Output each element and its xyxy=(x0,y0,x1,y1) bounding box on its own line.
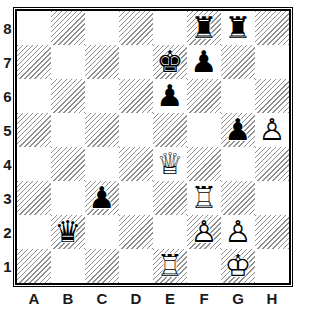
black-king-e7: ♚♚ xyxy=(153,45,187,79)
square-a8 xyxy=(17,11,51,45)
white-king-g1: ♚♔ xyxy=(221,249,255,283)
white-rook-f3: ♜♖ xyxy=(187,181,221,215)
square-e1: ♜♖ xyxy=(153,249,187,283)
file-label-g: G xyxy=(221,289,255,307)
square-b1 xyxy=(51,249,85,283)
square-g5: ♟♟ xyxy=(221,113,255,147)
square-c7 xyxy=(85,45,119,79)
board: ♜♜♜♜♚♚♟♟♟♟♟♟♟♙♛♕♟♟♜♖♛♛♟♙♟♙♜♖♚♔ xyxy=(17,11,289,283)
square-g2: ♟♙ xyxy=(221,215,255,249)
square-a1 xyxy=(17,249,51,283)
file-labels: ABCDEFGH xyxy=(17,289,289,307)
square-f2: ♟♙ xyxy=(187,215,221,249)
square-f6 xyxy=(187,79,221,113)
square-g8: ♜♜ xyxy=(221,11,255,45)
square-a3 xyxy=(17,181,51,215)
square-c4 xyxy=(85,147,119,181)
white-pawn-g2: ♟♙ xyxy=(221,215,255,249)
file-label-h: H xyxy=(255,289,289,307)
chess-diagram: 87654321 ♜♜♜♜♚♚♟♟♟♟♟♟♟♙♛♕♟♟♜♖♛♛♟♙♟♙♜♖♚♔ … xyxy=(0,0,314,320)
rank-label-7: 7 xyxy=(0,45,15,79)
square-e5 xyxy=(153,113,187,147)
square-g6 xyxy=(221,79,255,113)
white-rook-e1: ♜♖ xyxy=(153,249,187,283)
square-b8 xyxy=(51,11,85,45)
square-f3: ♜♖ xyxy=(187,181,221,215)
square-d7 xyxy=(119,45,153,79)
square-e8 xyxy=(153,11,187,45)
square-g1: ♚♔ xyxy=(221,249,255,283)
file-label-a: A xyxy=(17,289,51,307)
square-d8 xyxy=(119,11,153,45)
square-g4 xyxy=(221,147,255,181)
square-g7 xyxy=(221,45,255,79)
square-e6: ♟♟ xyxy=(153,79,187,113)
file-label-f: F xyxy=(187,289,221,307)
square-f7: ♟♟ xyxy=(187,45,221,79)
square-c3: ♟♟ xyxy=(85,181,119,215)
black-pawn-g5: ♟♟ xyxy=(221,113,255,147)
square-d6 xyxy=(119,79,153,113)
square-f8: ♜♜ xyxy=(187,11,221,45)
square-a6 xyxy=(17,79,51,113)
rank-labels: 87654321 xyxy=(0,11,15,283)
square-a4 xyxy=(17,147,51,181)
rank-label-4: 4 xyxy=(0,147,15,181)
square-c8 xyxy=(85,11,119,45)
square-h6 xyxy=(255,79,289,113)
rank-label-8: 8 xyxy=(0,11,15,45)
square-e4: ♛♕ xyxy=(153,147,187,181)
file-label-e: E xyxy=(153,289,187,307)
black-pawn-c3: ♟♟ xyxy=(85,181,119,215)
white-pawn-f2: ♟♙ xyxy=(187,215,221,249)
black-rook-f8: ♜♜ xyxy=(187,11,221,45)
square-c1 xyxy=(85,249,119,283)
square-d1 xyxy=(119,249,153,283)
square-a5 xyxy=(17,113,51,147)
board-frame: ♜♜♜♜♚♚♟♟♟♟♟♟♟♙♛♕♟♟♜♖♛♛♟♙♟♙♜♖♚♔ xyxy=(15,9,291,285)
square-g3 xyxy=(221,181,255,215)
square-c5 xyxy=(85,113,119,147)
rank-label-2: 2 xyxy=(0,215,15,249)
square-d2 xyxy=(119,215,153,249)
square-h8 xyxy=(255,11,289,45)
square-f5 xyxy=(187,113,221,147)
square-f1 xyxy=(187,249,221,283)
square-h1 xyxy=(255,249,289,283)
square-h3 xyxy=(255,181,289,215)
white-queen-e4: ♛♕ xyxy=(153,147,187,181)
white-pawn-h5: ♟♙ xyxy=(255,113,289,147)
square-b3 xyxy=(51,181,85,215)
square-f4 xyxy=(187,147,221,181)
square-b4 xyxy=(51,147,85,181)
square-d3 xyxy=(119,181,153,215)
black-queen-b2: ♛♛ xyxy=(51,215,85,249)
square-e7: ♚♚ xyxy=(153,45,187,79)
rank-label-3: 3 xyxy=(0,181,15,215)
file-labels-spacer xyxy=(0,289,17,307)
black-rook-g8: ♜♜ xyxy=(221,11,255,45)
file-label-c: C xyxy=(85,289,119,307)
square-d5 xyxy=(119,113,153,147)
square-d4 xyxy=(119,147,153,181)
rank-label-6: 6 xyxy=(0,79,15,113)
rank-label-1: 1 xyxy=(0,249,15,283)
file-label-d: D xyxy=(119,289,153,307)
square-b6 xyxy=(51,79,85,113)
square-b5 xyxy=(51,113,85,147)
square-e3 xyxy=(153,181,187,215)
square-h4 xyxy=(255,147,289,181)
square-e2 xyxy=(153,215,187,249)
square-c2 xyxy=(85,215,119,249)
square-b7 xyxy=(51,45,85,79)
rank-label-5: 5 xyxy=(0,113,15,147)
square-a7 xyxy=(17,45,51,79)
square-c6 xyxy=(85,79,119,113)
black-pawn-e6: ♟♟ xyxy=(153,79,187,113)
file-label-b: B xyxy=(51,289,85,307)
black-pawn-f7: ♟♟ xyxy=(187,45,221,79)
square-h2 xyxy=(255,215,289,249)
square-h5: ♟♙ xyxy=(255,113,289,147)
square-h7 xyxy=(255,45,289,79)
square-b2: ♛♛ xyxy=(51,215,85,249)
square-a2 xyxy=(17,215,51,249)
